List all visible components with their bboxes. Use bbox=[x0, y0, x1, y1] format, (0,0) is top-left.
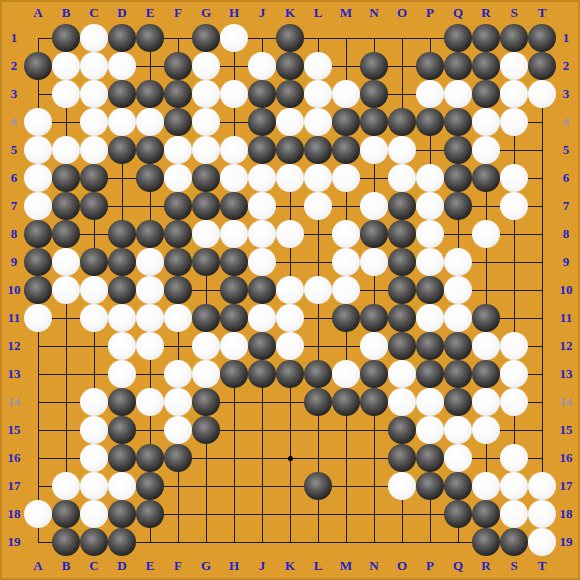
stone-white bbox=[388, 164, 416, 192]
stone-white bbox=[472, 472, 500, 500]
stone-black bbox=[108, 220, 136, 248]
stone-black bbox=[360, 52, 388, 80]
stone-white bbox=[500, 80, 528, 108]
stone-black bbox=[220, 248, 248, 276]
stone-black bbox=[388, 332, 416, 360]
stone-black bbox=[192, 192, 220, 220]
stone-white bbox=[416, 416, 444, 444]
stone-black bbox=[528, 52, 556, 80]
stone-white bbox=[500, 360, 528, 388]
column-label-top: Q bbox=[448, 5, 468, 21]
stone-white bbox=[24, 304, 52, 332]
stone-white bbox=[388, 360, 416, 388]
row-label-left: 13 bbox=[1, 366, 27, 382]
stone-white bbox=[528, 80, 556, 108]
column-label-top: D bbox=[112, 5, 132, 21]
stone-white bbox=[192, 52, 220, 80]
stone-white bbox=[136, 332, 164, 360]
stone-white bbox=[388, 472, 416, 500]
row-label-right: 15 bbox=[553, 422, 579, 438]
stone-black bbox=[108, 136, 136, 164]
stone-black bbox=[164, 248, 192, 276]
stone-white bbox=[108, 472, 136, 500]
go-board[interactable]: AABBCCDDEEFFGGHHJJKKLLMMNNOOPPQQRRSSTT11… bbox=[0, 0, 580, 580]
stone-black bbox=[108, 500, 136, 528]
stone-black bbox=[192, 248, 220, 276]
column-label-top: G bbox=[196, 5, 216, 21]
stone-white bbox=[164, 164, 192, 192]
stone-black bbox=[444, 332, 472, 360]
stone-white bbox=[304, 164, 332, 192]
stone-black bbox=[136, 472, 164, 500]
stone-white bbox=[332, 276, 360, 304]
stone-white bbox=[80, 304, 108, 332]
column-label-top: C bbox=[84, 5, 104, 21]
stone-white bbox=[220, 220, 248, 248]
column-label-top: R bbox=[476, 5, 496, 21]
stone-white bbox=[136, 276, 164, 304]
stone-black bbox=[80, 248, 108, 276]
stone-black bbox=[388, 276, 416, 304]
stone-white bbox=[444, 248, 472, 276]
stone-white bbox=[276, 164, 304, 192]
stone-black bbox=[276, 80, 304, 108]
column-label-bottom: P bbox=[420, 558, 440, 574]
stone-white bbox=[304, 192, 332, 220]
column-label-bottom: N bbox=[364, 558, 384, 574]
column-label-top: T bbox=[532, 5, 552, 21]
stone-black bbox=[444, 136, 472, 164]
stone-white bbox=[360, 332, 388, 360]
stone-white bbox=[416, 192, 444, 220]
stone-white bbox=[276, 332, 304, 360]
stone-white bbox=[500, 52, 528, 80]
stone-black bbox=[304, 388, 332, 416]
stone-white bbox=[136, 248, 164, 276]
row-label-right: 14 bbox=[553, 394, 579, 410]
stone-white bbox=[52, 248, 80, 276]
stone-black bbox=[332, 304, 360, 332]
stone-white bbox=[52, 472, 80, 500]
row-label-right: 17 bbox=[553, 478, 579, 494]
stone-white bbox=[304, 108, 332, 136]
stone-black bbox=[136, 136, 164, 164]
row-label-left: 12 bbox=[1, 338, 27, 354]
stone-white bbox=[304, 52, 332, 80]
row-label-right: 9 bbox=[553, 254, 579, 270]
stone-black bbox=[472, 304, 500, 332]
column-label-top: J bbox=[252, 5, 272, 21]
stone-white bbox=[388, 388, 416, 416]
stone-white bbox=[332, 248, 360, 276]
stone-black bbox=[472, 528, 500, 556]
stone-white bbox=[500, 500, 528, 528]
stone-white bbox=[444, 276, 472, 304]
row-label-right: 7 bbox=[553, 198, 579, 214]
stone-white bbox=[80, 24, 108, 52]
stone-black bbox=[416, 332, 444, 360]
row-label-right: 12 bbox=[553, 338, 579, 354]
stone-white bbox=[80, 388, 108, 416]
stone-white bbox=[332, 80, 360, 108]
stone-black bbox=[136, 80, 164, 108]
stone-white bbox=[136, 388, 164, 416]
stone-white bbox=[416, 220, 444, 248]
stone-black bbox=[360, 360, 388, 388]
stone-white bbox=[500, 108, 528, 136]
stone-white bbox=[136, 108, 164, 136]
column-label-top: F bbox=[168, 5, 188, 21]
stone-black bbox=[360, 80, 388, 108]
stone-black bbox=[108, 80, 136, 108]
stone-black bbox=[108, 444, 136, 472]
stone-black bbox=[220, 360, 248, 388]
stone-white bbox=[528, 528, 556, 556]
column-label-top: A bbox=[28, 5, 48, 21]
stone-white bbox=[500, 388, 528, 416]
stone-white bbox=[472, 108, 500, 136]
stone-black bbox=[24, 248, 52, 276]
stone-black bbox=[136, 220, 164, 248]
stone-white bbox=[304, 80, 332, 108]
stone-white bbox=[360, 192, 388, 220]
stone-black bbox=[444, 52, 472, 80]
column-label-top: M bbox=[336, 5, 356, 21]
row-label-right: 18 bbox=[553, 506, 579, 522]
stone-black bbox=[136, 24, 164, 52]
stone-white bbox=[248, 192, 276, 220]
stone-white bbox=[164, 416, 192, 444]
stone-black bbox=[248, 80, 276, 108]
stone-white bbox=[472, 332, 500, 360]
stone-white bbox=[80, 52, 108, 80]
stone-white bbox=[80, 276, 108, 304]
stone-black bbox=[416, 360, 444, 388]
stone-black bbox=[388, 192, 416, 220]
stone-black bbox=[52, 164, 80, 192]
stone-white bbox=[192, 360, 220, 388]
column-label-bottom: C bbox=[84, 558, 104, 574]
stone-black bbox=[108, 416, 136, 444]
stone-white bbox=[24, 500, 52, 528]
stone-black bbox=[444, 108, 472, 136]
stone-white bbox=[528, 500, 556, 528]
column-label-bottom: Q bbox=[448, 558, 468, 574]
stone-black bbox=[192, 24, 220, 52]
column-label-bottom: F bbox=[168, 558, 188, 574]
row-label-left: 19 bbox=[1, 534, 27, 550]
stone-white bbox=[52, 136, 80, 164]
stone-black bbox=[108, 276, 136, 304]
stone-black bbox=[164, 80, 192, 108]
stone-white bbox=[416, 248, 444, 276]
column-label-top: K bbox=[280, 5, 300, 21]
stone-white bbox=[80, 80, 108, 108]
stone-white bbox=[164, 360, 192, 388]
column-label-bottom: S bbox=[504, 558, 524, 574]
stone-black bbox=[164, 220, 192, 248]
column-label-top: E bbox=[140, 5, 160, 21]
stone-white bbox=[192, 136, 220, 164]
row-label-left: 17 bbox=[1, 478, 27, 494]
stone-black bbox=[444, 24, 472, 52]
stone-white bbox=[108, 332, 136, 360]
column-label-bottom: G bbox=[196, 558, 216, 574]
stone-black bbox=[136, 500, 164, 528]
stone-white bbox=[24, 192, 52, 220]
column-label-top: H bbox=[224, 5, 244, 21]
column-label-bottom: O bbox=[392, 558, 412, 574]
row-label-right: 4 bbox=[553, 114, 579, 130]
column-label-bottom: D bbox=[112, 558, 132, 574]
stone-white bbox=[220, 332, 248, 360]
stone-black bbox=[388, 416, 416, 444]
stone-black bbox=[472, 80, 500, 108]
column-label-top: B bbox=[56, 5, 76, 21]
row-label-right: 6 bbox=[553, 170, 579, 186]
stone-black bbox=[360, 220, 388, 248]
row-label-right: 1 bbox=[553, 30, 579, 46]
row-label-left: 1 bbox=[1, 30, 27, 46]
stone-white bbox=[444, 444, 472, 472]
stone-black bbox=[248, 332, 276, 360]
stone-white bbox=[444, 416, 472, 444]
row-label-left: 3 bbox=[1, 86, 27, 102]
column-label-top: N bbox=[364, 5, 384, 21]
column-label-bottom: R bbox=[476, 558, 496, 574]
stone-black bbox=[444, 388, 472, 416]
stone-white bbox=[500, 332, 528, 360]
stone-black bbox=[220, 192, 248, 220]
stone-white bbox=[80, 472, 108, 500]
stone-black bbox=[444, 164, 472, 192]
stone-white bbox=[500, 164, 528, 192]
stone-white bbox=[444, 80, 472, 108]
stone-black bbox=[332, 388, 360, 416]
row-label-right: 5 bbox=[553, 142, 579, 158]
stone-white bbox=[472, 220, 500, 248]
column-label-bottom: J bbox=[252, 558, 272, 574]
row-label-right: 8 bbox=[553, 226, 579, 242]
column-label-bottom: M bbox=[336, 558, 356, 574]
stone-white bbox=[332, 360, 360, 388]
stone-black bbox=[164, 192, 192, 220]
stone-white bbox=[248, 220, 276, 248]
row-label-right: 13 bbox=[553, 366, 579, 382]
stone-black bbox=[416, 472, 444, 500]
stone-white bbox=[500, 192, 528, 220]
column-label-bottom: A bbox=[28, 558, 48, 574]
column-label-top: P bbox=[420, 5, 440, 21]
stone-black bbox=[108, 248, 136, 276]
stone-black bbox=[248, 276, 276, 304]
row-label-right: 3 bbox=[553, 86, 579, 102]
stone-black bbox=[444, 472, 472, 500]
stone-white bbox=[360, 136, 388, 164]
stone-black bbox=[220, 276, 248, 304]
stone-white bbox=[332, 164, 360, 192]
stone-black bbox=[24, 276, 52, 304]
stone-white bbox=[472, 388, 500, 416]
stone-black bbox=[80, 164, 108, 192]
stone-white bbox=[500, 472, 528, 500]
row-label-left: 14 bbox=[1, 394, 27, 410]
stone-black bbox=[52, 220, 80, 248]
row-label-left: 15 bbox=[1, 422, 27, 438]
stone-white bbox=[248, 248, 276, 276]
stone-black bbox=[500, 528, 528, 556]
stone-black bbox=[360, 388, 388, 416]
stone-white bbox=[24, 164, 52, 192]
stone-black bbox=[164, 52, 192, 80]
stone-black bbox=[276, 136, 304, 164]
stone-white bbox=[164, 304, 192, 332]
star-point bbox=[288, 456, 293, 461]
stone-white bbox=[472, 136, 500, 164]
stone-white bbox=[108, 360, 136, 388]
stone-white bbox=[220, 80, 248, 108]
stone-black bbox=[248, 136, 276, 164]
stone-black bbox=[276, 52, 304, 80]
stone-black bbox=[192, 164, 220, 192]
stone-white bbox=[80, 444, 108, 472]
stone-black bbox=[332, 108, 360, 136]
stone-black bbox=[80, 192, 108, 220]
stone-black bbox=[416, 276, 444, 304]
stone-white bbox=[192, 80, 220, 108]
stone-black bbox=[136, 444, 164, 472]
stone-black bbox=[304, 136, 332, 164]
stone-black bbox=[388, 248, 416, 276]
stone-black bbox=[220, 304, 248, 332]
row-label-right: 10 bbox=[553, 282, 579, 298]
stone-white bbox=[220, 24, 248, 52]
stone-white bbox=[220, 164, 248, 192]
column-label-top: S bbox=[504, 5, 524, 21]
stone-white bbox=[248, 304, 276, 332]
stone-black bbox=[388, 220, 416, 248]
stone-black bbox=[416, 52, 444, 80]
stone-white bbox=[416, 80, 444, 108]
stone-white bbox=[136, 304, 164, 332]
stone-white bbox=[192, 220, 220, 248]
stone-white bbox=[80, 500, 108, 528]
stone-white bbox=[108, 52, 136, 80]
stone-black bbox=[136, 164, 164, 192]
row-label-right: 11 bbox=[553, 310, 579, 326]
stone-black bbox=[164, 108, 192, 136]
stone-white bbox=[24, 108, 52, 136]
stone-black bbox=[164, 444, 192, 472]
stone-white bbox=[276, 276, 304, 304]
stone-white bbox=[52, 80, 80, 108]
stone-black bbox=[444, 192, 472, 220]
stone-white bbox=[388, 136, 416, 164]
stone-black bbox=[332, 136, 360, 164]
column-label-bottom: T bbox=[532, 558, 552, 574]
stone-black bbox=[388, 304, 416, 332]
stone-black bbox=[24, 52, 52, 80]
column-label-top: O bbox=[392, 5, 412, 21]
stone-black bbox=[360, 108, 388, 136]
stone-white bbox=[276, 108, 304, 136]
column-label-bottom: H bbox=[224, 558, 244, 574]
row-label-left: 16 bbox=[1, 450, 27, 466]
stone-black bbox=[52, 192, 80, 220]
stone-white bbox=[528, 472, 556, 500]
stone-white bbox=[416, 304, 444, 332]
stone-black bbox=[388, 444, 416, 472]
stone-black bbox=[500, 24, 528, 52]
row-label-right: 16 bbox=[553, 450, 579, 466]
stone-white bbox=[416, 164, 444, 192]
row-label-right: 19 bbox=[553, 534, 579, 550]
stone-black bbox=[52, 24, 80, 52]
stone-black bbox=[472, 164, 500, 192]
grid-line-vertical bbox=[542, 38, 543, 543]
row-label-right: 2 bbox=[553, 58, 579, 74]
stone-black bbox=[164, 276, 192, 304]
stone-black bbox=[248, 108, 276, 136]
stone-black bbox=[416, 108, 444, 136]
stone-white bbox=[192, 108, 220, 136]
stone-black bbox=[192, 416, 220, 444]
stone-black bbox=[304, 472, 332, 500]
stone-white bbox=[304, 276, 332, 304]
stone-black bbox=[472, 52, 500, 80]
column-label-bottom: K bbox=[280, 558, 300, 574]
stone-white bbox=[360, 248, 388, 276]
stone-white bbox=[500, 444, 528, 472]
stone-black bbox=[108, 24, 136, 52]
stone-black bbox=[276, 24, 304, 52]
stone-white bbox=[52, 52, 80, 80]
stone-white bbox=[80, 416, 108, 444]
stone-black bbox=[192, 388, 220, 416]
stone-white bbox=[24, 136, 52, 164]
stone-white bbox=[80, 136, 108, 164]
stone-black bbox=[444, 500, 472, 528]
stone-black bbox=[388, 108, 416, 136]
stone-white bbox=[248, 164, 276, 192]
stone-black bbox=[108, 388, 136, 416]
column-label-bottom: E bbox=[140, 558, 160, 574]
stone-white bbox=[164, 136, 192, 164]
stone-black bbox=[416, 444, 444, 472]
stone-white bbox=[164, 388, 192, 416]
stone-black bbox=[304, 360, 332, 388]
column-label-bottom: B bbox=[56, 558, 76, 574]
stone-white bbox=[472, 416, 500, 444]
stone-black bbox=[52, 528, 80, 556]
stone-white bbox=[276, 304, 304, 332]
stone-black bbox=[24, 220, 52, 248]
stone-white bbox=[108, 304, 136, 332]
stone-black bbox=[472, 24, 500, 52]
stone-white bbox=[220, 136, 248, 164]
stone-white bbox=[52, 276, 80, 304]
stone-black bbox=[472, 500, 500, 528]
stone-white bbox=[444, 304, 472, 332]
stone-black bbox=[192, 304, 220, 332]
stone-white bbox=[276, 220, 304, 248]
stone-black bbox=[108, 528, 136, 556]
stone-black bbox=[80, 528, 108, 556]
stone-black bbox=[276, 360, 304, 388]
column-label-top: L bbox=[308, 5, 328, 21]
stone-white bbox=[192, 332, 220, 360]
stone-black bbox=[444, 360, 472, 388]
